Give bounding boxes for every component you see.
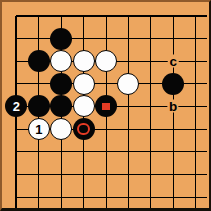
intersection-c5r6 — [95, 118, 117, 141]
black-stone — [73, 118, 95, 140]
intersection-c1r5: 2 — [5, 95, 27, 118]
intersection-c2r7 — [28, 140, 50, 163]
intersection-c3r9 — [50, 186, 72, 209]
white-stone — [73, 95, 95, 117]
intersection-c7r6 — [140, 118, 162, 141]
white-stone — [95, 50, 117, 72]
white-stone — [117, 73, 139, 95]
intersection-c9r8 — [184, 163, 206, 186]
black-stone — [95, 95, 117, 117]
black-stone — [50, 73, 72, 95]
black-stone — [28, 50, 50, 72]
intersection-c5r1 — [95, 5, 117, 28]
point-label-b: b — [168, 100, 179, 113]
intersection-c2r9 — [28, 186, 50, 209]
intersection-c7r7 — [140, 140, 162, 163]
intersection-c6r2 — [117, 27, 139, 50]
intersection-c6r7 — [117, 140, 139, 163]
intersection-c1r7 — [5, 140, 27, 163]
intersection-c2r5 — [28, 95, 50, 118]
intersection-c1r2 — [5, 27, 27, 50]
white-stone — [73, 73, 95, 95]
intersection-c2r8 — [28, 163, 50, 186]
intersection-c2r6: 1 — [28, 118, 50, 141]
intersection-c5r8 — [95, 163, 117, 186]
intersection-c4r1 — [72, 5, 94, 28]
intersection-c9r6 — [184, 118, 206, 141]
intersection-c9r9 — [184, 186, 206, 209]
intersection-c3r8 — [50, 163, 72, 186]
go-board-grid: c2b1 — [5, 5, 207, 209]
intersection-c7r4 — [140, 73, 162, 96]
intersection-c7r3 — [140, 50, 162, 73]
intersection-c6r1 — [117, 5, 139, 28]
intersection-c6r8 — [117, 163, 139, 186]
move-number-label: 1 — [35, 123, 42, 136]
intersection-c4r7 — [72, 140, 94, 163]
intersection-c9r7 — [184, 140, 206, 163]
intersection-c8r1 — [162, 5, 184, 28]
intersection-c8r9 — [162, 186, 184, 209]
red-circle-marker-icon — [77, 123, 90, 136]
intersection-c4r2 — [72, 27, 94, 50]
intersection-c9r4 — [184, 73, 206, 96]
black-stone — [50, 95, 72, 117]
intersection-c4r3 — [72, 50, 94, 73]
intersection-c8r4 — [162, 73, 184, 96]
intersection-c3r6 — [50, 118, 72, 141]
black-stone — [28, 95, 50, 117]
intersection-c4r8 — [72, 163, 94, 186]
intersection-c6r4 — [117, 73, 139, 96]
intersection-c4r5 — [72, 95, 94, 118]
black-stone: 2 — [5, 95, 27, 117]
white-stone: 1 — [28, 118, 50, 140]
go-board-diagram: c2b1 — [0, 0, 211, 211]
intersection-c3r1 — [50, 5, 72, 28]
white-stone — [73, 50, 95, 72]
intersection-c3r4 — [50, 73, 72, 96]
intersection-c5r2 — [95, 27, 117, 50]
intersection-c1r8 — [5, 163, 27, 186]
intersection-c7r9 — [140, 186, 162, 209]
intersection-c4r6 — [72, 118, 94, 141]
intersection-c6r9 — [117, 186, 139, 209]
intersection-c5r3 — [95, 50, 117, 73]
point-label-c: c — [168, 55, 179, 68]
intersection-c3r5 — [50, 95, 72, 118]
intersection-c7r8 — [140, 163, 162, 186]
intersection-c8r2 — [162, 27, 184, 50]
intersection-c9r3 — [184, 50, 206, 73]
intersection-c5r9 — [95, 186, 117, 209]
intersection-c1r1 — [5, 5, 27, 28]
intersection-c2r4 — [28, 73, 50, 96]
intersection-c3r2 — [50, 27, 72, 50]
intersection-c4r9 — [72, 186, 94, 209]
intersection-c2r2 — [28, 27, 50, 50]
white-stone — [50, 118, 72, 140]
intersection-c8r3: c — [162, 50, 184, 73]
intersection-c9r1 — [184, 5, 206, 28]
intersection-c5r5 — [95, 95, 117, 118]
intersection-c8r5: b — [162, 95, 184, 118]
intersection-c4r4 — [72, 73, 94, 96]
intersection-c7r2 — [140, 27, 162, 50]
intersection-c7r5 — [140, 95, 162, 118]
intersection-c2r1 — [28, 5, 50, 28]
intersection-c6r3 — [117, 50, 139, 73]
intersection-c8r6 — [162, 118, 184, 141]
intersection-c1r6 — [5, 118, 27, 141]
intersection-c8r7 — [162, 140, 184, 163]
red-square-marker-icon — [102, 103, 110, 111]
black-stone — [50, 28, 72, 50]
intersection-c9r2 — [184, 27, 206, 50]
intersection-c9r5 — [184, 95, 206, 118]
intersection-c2r3 — [28, 50, 50, 73]
intersection-c1r3 — [5, 50, 27, 73]
intersection-c6r6 — [117, 118, 139, 141]
white-stone — [50, 50, 72, 72]
intersection-c1r4 — [5, 73, 27, 96]
black-stone — [162, 73, 184, 95]
intersection-c8r8 — [162, 163, 184, 186]
intersection-c5r7 — [95, 140, 117, 163]
intersection-c1r9 — [5, 186, 27, 209]
intersection-c6r5 — [117, 95, 139, 118]
intersection-c7r1 — [140, 5, 162, 28]
intersection-c5r4 — [95, 73, 117, 96]
intersection-c3r3 — [50, 50, 72, 73]
intersection-c3r7 — [50, 140, 72, 163]
move-number-label: 2 — [13, 100, 20, 113]
